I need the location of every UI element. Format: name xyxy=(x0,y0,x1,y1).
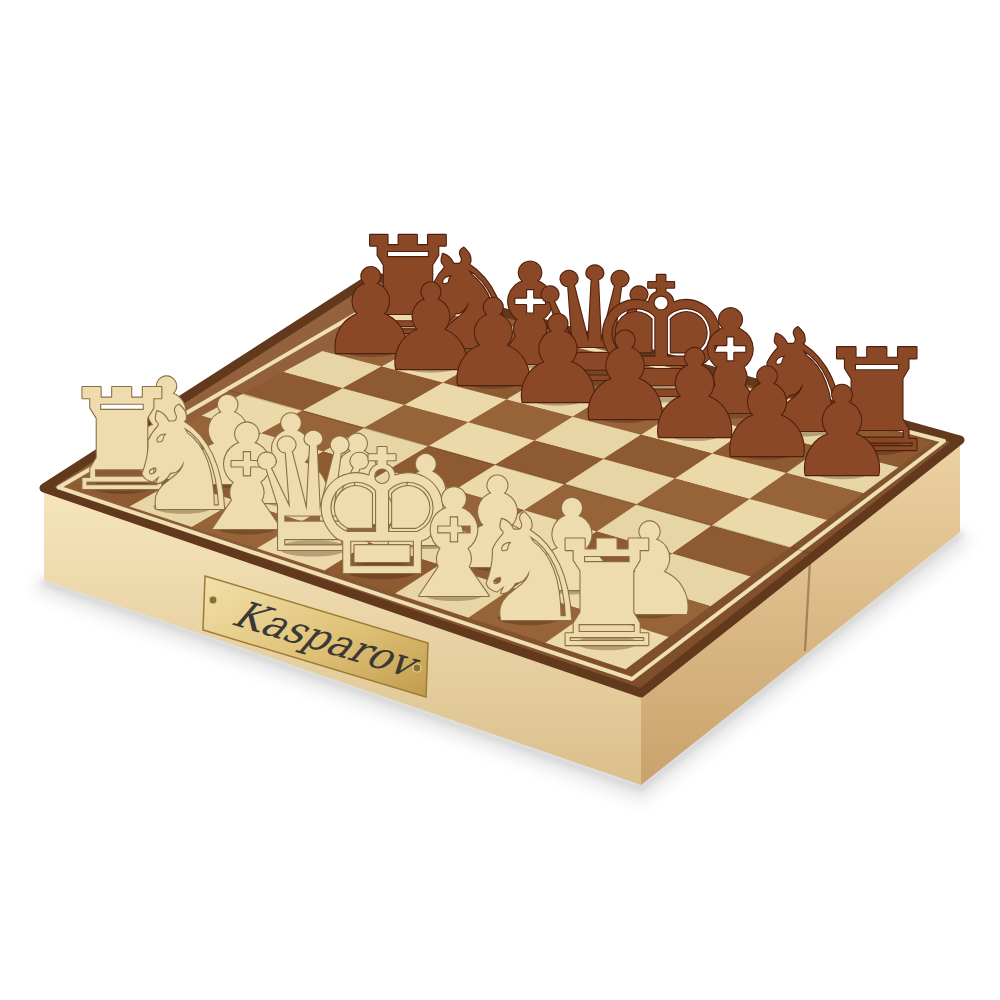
chess-set-photo: Kasparov ♜♞♟♝♟♛♟♚♟♝♟♞♟♜♟♟♟♟♜♟♞♟♝♟♛♟♚♟♝♟♞… xyxy=(0,0,1000,1000)
piece-white-rook-h1[interactable]: ♜ xyxy=(541,509,672,680)
board-svg: Kasparov ♜♞♟♝♟♛♟♚♟♝♟♞♟♜♟♟♟♟♜♟♞♟♝♟♛♟♚♟♝♟♞… xyxy=(0,0,1000,1000)
piece-black-pawn-h7[interactable]: ♟ xyxy=(787,360,898,504)
plate-screw-right xyxy=(413,664,421,672)
plate-screw-left xyxy=(209,596,217,604)
